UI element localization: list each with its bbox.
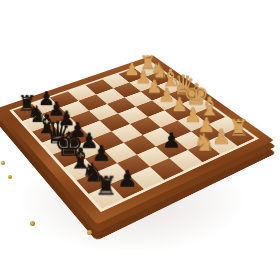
brass-hinge-icon [87,230,92,235]
brass-knob-icon [1,161,5,165]
brass-hinge-icon [30,221,35,226]
piece-black-rook-h8: ♜ [95,174,118,200]
product-photo-scene: ♜♞♝♛♚♝♞♜♟♟♟♟♟♟♟♟♞♟♟♟♟♟♟♟♟♜♞♝♛♚♝♜ [0,0,280,280]
piece-white-knight-h3: ♞ [193,131,215,155]
brass-knob-icon [8,175,12,179]
piece-white-rook-h1: ♜ [229,117,249,140]
